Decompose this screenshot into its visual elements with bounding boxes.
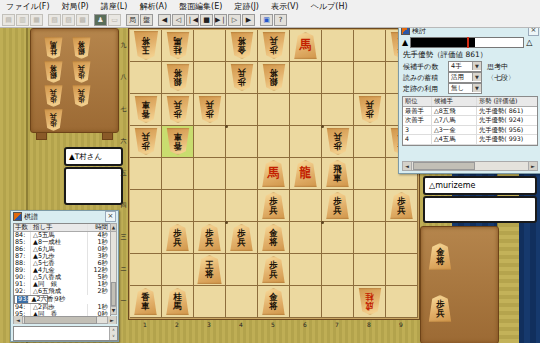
hand-piece[interactable]: 桂馬 (43, 37, 71, 61)
move-row[interactable]: 92:△6五飛成2秒 (14, 288, 110, 295)
rank-label-八: 八 (119, 61, 128, 93)
file-label-8: 8 (353, 321, 385, 328)
paste-button[interactable]: ▩ (76, 14, 89, 26)
square-3六[interactable] (194, 126, 226, 158)
square-7七[interactable] (322, 94, 354, 126)
square-6七[interactable] (290, 94, 322, 126)
square-5九[interactable]: 歩兵 (258, 30, 290, 62)
scroll-thumb[interactable] (24, 316, 97, 324)
back10-button[interactable]: ◁ (172, 14, 185, 26)
gote-mark: △ (526, 38, 532, 47)
square-2一[interactable]: 桂馬 (162, 286, 194, 318)
header-cell: 順位 (403, 97, 432, 106)
hand-piece[interactable]: 銀将 (71, 37, 99, 61)
file-label-9: 9 (385, 321, 417, 328)
option-label: 候補手の数 (403, 62, 445, 72)
square-4九[interactable]: 金将 (226, 30, 258, 62)
square-3九[interactable] (194, 30, 226, 62)
option-dropdown[interactable]: 無し▼ (448, 83, 482, 94)
square-6四[interactable] (290, 190, 322, 222)
hoshi-dot (321, 221, 324, 224)
close-icon[interactable]: × (105, 211, 116, 222)
shogi-board-frame: 玉将桂馬金将歩兵馬香車銀将歩兵銀将香車歩兵歩兵歩兵歩兵香車歩兵歩兵馬龍飛車歩兵歩… (128, 28, 420, 320)
hand-piece[interactable]: 歩兵 (71, 61, 99, 85)
candidate-row[interactable]: 3△3一金先手優勢( 956) (403, 126, 537, 136)
square-4二[interactable] (226, 254, 258, 286)
square-5二[interactable]: 歩兵 (258, 254, 290, 286)
analysis-h-scrollbar[interactable]: ◄ ► (402, 161, 538, 171)
square-8七[interactable]: 歩兵 (354, 94, 386, 126)
shogi-piece-歩兵: 歩兵 (197, 96, 223, 123)
play-button[interactable]: ♟ (94, 14, 107, 26)
cell: 2秒 (88, 288, 110, 295)
option-dropdown[interactable]: 4手▼ (448, 61, 482, 72)
shogi-board: 玉将桂馬金将歩兵馬香車銀将歩兵銀将香車歩兵歩兵歩兵歩兵香車歩兵歩兵馬龍飛車歩兵歩… (130, 30, 418, 318)
rank-label-二: 二 (119, 253, 128, 285)
square-2二[interactable] (162, 254, 194, 286)
comment-box[interactable]: ∧∨ (13, 326, 118, 341)
new-file-button[interactable]: ▤ (2, 14, 15, 26)
sente-piece-stand: 桂馬銀将銀将歩兵歩兵歩兵歩兵 (30, 28, 119, 133)
copy-button[interactable]: ▨ (62, 14, 75, 26)
kifu-panel: 棋譜 × 手数指し手時間84:△5五馬4秒85:▲8一成桂1秒86:△6九馬0秒… (10, 210, 119, 342)
square-1八[interactable] (130, 62, 162, 94)
analysis-panel: 検討 × ▲ △ 先手優勢（評価値 861） 候補手の数4手▼思考中読みの蓄積活… (398, 24, 540, 174)
sente-clock-box (64, 167, 123, 205)
square-4七[interactable] (226, 94, 258, 126)
shogi-piece-歩兵: 歩兵 (197, 224, 223, 251)
move-list: 手数指し手時間84:△5五馬4秒85:▲8一成桂1秒86:△6九馬0秒87:▲5… (13, 223, 111, 317)
chevron-down-icon[interactable]: ▼ (472, 73, 481, 81)
chevron-down-icon[interactable]: ▼ (472, 84, 481, 92)
shogi-piece-馬: 馬 (293, 32, 319, 59)
square-7一[interactable] (322, 286, 354, 318)
hand-piece[interactable]: 銀将 (43, 61, 71, 85)
resign-button[interactable]: ▭ (108, 14, 121, 26)
scroll-right-icon[interactable]: ► (528, 162, 537, 170)
stop-button[interactable]: ■ (200, 14, 213, 26)
square-1一[interactable]: 香車 (130, 286, 162, 318)
candidate-row[interactable]: 次善手△7八馬先手優勢( 924) (403, 116, 537, 126)
cell: △7八馬 (432, 116, 477, 125)
menu-item[interactable]: 定跡(J) (228, 0, 265, 13)
sente-mark: ▲ (402, 38, 408, 47)
move-row[interactable]: 86:△6九馬0秒 (14, 246, 110, 253)
scroll-thumb[interactable] (111, 282, 116, 306)
kifu-title-bar[interactable]: 棋譜 × (11, 211, 118, 222)
move-row[interactable]: 85:▲8一成桂1秒 (14, 239, 110, 246)
hoshi-dot (321, 125, 324, 128)
kifu-icon (13, 212, 22, 221)
help-button[interactable]: ? (274, 14, 287, 26)
kifu-header: 手数指し手時間 (14, 224, 110, 232)
position-button[interactable]: 局 (126, 14, 139, 26)
menu-item[interactable]: 表示(V) (265, 0, 305, 13)
sente-name-box: ▲T村さん (64, 147, 123, 166)
square-4六[interactable] (226, 126, 258, 158)
scroll-thumb[interactable] (413, 162, 475, 170)
move-row[interactable]: 89:▲4九金12秒 (14, 267, 110, 274)
header-cell: 候補手 (432, 97, 477, 106)
rank-label-五: 五 (119, 157, 128, 189)
rank-label-四: 四 (119, 189, 128, 221)
save-file-button[interactable]: ▦ (30, 14, 43, 26)
square-7五[interactable]: 飛車 (322, 158, 354, 190)
rank-label-六: 六 (119, 125, 128, 157)
move-row[interactable]: 93:▲2六香9秒 (14, 295, 48, 304)
shogi-piece-玉将: 玉将 (132, 31, 160, 60)
shogi-piece-桂馬: 桂馬 (43, 37, 64, 59)
square-2八[interactable]: 銀将 (162, 62, 194, 94)
gote-clock-box (423, 196, 537, 223)
menu-item[interactable]: ファイル(F) (0, 0, 56, 13)
square-2四[interactable] (162, 190, 194, 222)
shogi-piece-龍: 龍 (293, 160, 319, 187)
file-label-3: 3 (193, 321, 225, 328)
evaluation-bar-row: ▲ △ (399, 36, 540, 49)
board-edit-button[interactable]: 盤 (140, 14, 153, 26)
hand-piece[interactable]: 歩兵 (71, 85, 99, 109)
square-2三[interactable]: 歩兵 (162, 222, 194, 254)
square-5七[interactable] (258, 94, 290, 126)
candidate-row[interactable]: 4△4五馬先手優勢( 993) (403, 135, 537, 145)
square-5五[interactable]: 馬 (258, 158, 290, 190)
square-5三[interactable]: 金将 (258, 222, 290, 254)
kifu-title: 棋譜 (24, 212, 38, 222)
square-1五[interactable] (130, 158, 162, 190)
rank-label-三: 三 (119, 221, 128, 253)
gote-hand-pieces: 金将歩兵 (427, 243, 457, 343)
shogi-piece-銀将: 銀将 (261, 64, 287, 91)
square-7四[interactable]: 歩兵 (322, 190, 354, 222)
shogi-piece-歩兵: 歩兵 (165, 224, 191, 251)
square-2九[interactable]: 桂馬 (162, 30, 194, 62)
square-9二[interactable] (386, 254, 418, 286)
move-row[interactable]: 87:▲5九歩3秒 (14, 253, 110, 260)
scroll-left-icon[interactable]: ◄ (403, 162, 412, 170)
square-6九[interactable]: 馬 (290, 30, 322, 62)
shogi-piece-歩兵: 歩兵 (325, 192, 351, 219)
shogi-piece-歩兵: 歩兵 (133, 128, 159, 155)
file-label-7: 7 (321, 321, 353, 328)
square-8二[interactable] (354, 254, 386, 286)
square-9一[interactable] (386, 286, 418, 318)
option-label: 定跡の利用 (403, 84, 445, 94)
square-8四[interactable] (354, 190, 386, 222)
square-1三[interactable] (130, 222, 162, 254)
square-3一[interactable] (194, 286, 226, 318)
shogi-piece-金将: 金将 (261, 224, 287, 251)
shogi-piece-歩兵: 歩兵 (71, 85, 92, 107)
cell: 先手優勢( 861) (477, 107, 537, 116)
square-4四[interactable] (226, 190, 258, 222)
forward-button[interactable]: ▶❘ (214, 14, 227, 26)
comment-scroll-icons[interactable]: ∧∨ (109, 327, 117, 340)
candidate-header: 順位候補手形勢 (評価値) (403, 97, 537, 107)
shogi-piece-歩兵: 歩兵 (357, 96, 383, 123)
square-2六[interactable]: 香車 (162, 126, 194, 158)
hand-piece[interactable]: 歩兵 (43, 109, 71, 133)
hoshi-dot (225, 221, 228, 224)
kifu-v-scrollbar[interactable]: ▲ ▼ (110, 223, 117, 315)
shogi-piece-歩兵: 歩兵 (43, 109, 64, 131)
file-label-5: 5 (257, 321, 289, 328)
square-1二[interactable] (130, 254, 162, 286)
analysis-option-row: 候補手の数4手▼思考中 (399, 61, 540, 72)
monitor-button[interactable]: ▣ (260, 14, 273, 26)
square-6二[interactable] (290, 254, 322, 286)
file-label-4: 4 (225, 321, 257, 328)
square-4一[interactable] (226, 286, 258, 318)
hoshi-dot (225, 125, 228, 128)
square-4三[interactable]: 歩兵 (226, 222, 258, 254)
square-1六[interactable]: 歩兵 (130, 126, 162, 158)
square-9三[interactable] (386, 222, 418, 254)
menu-item[interactable]: 対局(P) (56, 0, 95, 13)
square-5四[interactable]: 歩兵 (258, 190, 290, 222)
square-6八[interactable] (290, 62, 322, 94)
square-6五[interactable]: 龍 (290, 158, 322, 190)
kifu-h-scrollbar[interactable]: ◄ ► (13, 316, 117, 324)
shogi-piece-歩兵: 歩兵 (229, 64, 255, 91)
candidate-row[interactable]: 最善手△8五飛先手優勢( 861) (403, 107, 537, 117)
square-3七[interactable]: 歩兵 (194, 94, 226, 126)
rank-label-九: 九 (119, 29, 128, 61)
cell: 93: (17, 296, 29, 303)
square-7九[interactable] (322, 30, 354, 62)
rank-label-一: 一 (119, 285, 128, 317)
hand-piece[interactable]: 歩兵 (43, 85, 71, 109)
cell: 先手優勢( 956) (477, 126, 537, 135)
move-row[interactable]: 91:▲同 銀1秒 (14, 281, 110, 288)
toolbar: ▤▥▦▧▨▩♟▭局盤◀◁❘◀■▶❘▷▶▣? (0, 13, 540, 28)
open-file-button[interactable]: ▥ (16, 14, 29, 26)
shogi-piece-王将: 王将 (196, 255, 224, 284)
analysis-option-row: 定跡の利用無し▼ (399, 83, 540, 94)
shogi-piece-歩兵: 歩兵 (389, 192, 415, 219)
evaluation-fill (411, 38, 475, 47)
square-4八[interactable]: 歩兵 (226, 62, 258, 94)
shogi-piece-歩兵: 歩兵 (165, 96, 191, 123)
shogi-piece-歩兵: 歩兵 (261, 256, 287, 283)
square-8五[interactable] (354, 158, 386, 190)
cell: △4五馬 (432, 135, 477, 144)
move-row[interactable]: 90:△5八香成5秒 (14, 274, 110, 281)
square-3四[interactable] (194, 190, 226, 222)
square-7三[interactable] (322, 222, 354, 254)
file-label-6: 6 (289, 321, 321, 328)
scroll-up-icon[interactable]: ▲ (111, 224, 116, 232)
option-status: 〈七段〉 (487, 73, 515, 83)
shogi-piece-金将: 金将 (261, 288, 287, 315)
shogi-piece-香車: 香車 (165, 128, 191, 155)
square-1九[interactable]: 玉将 (130, 30, 162, 62)
menu-item[interactable]: 講座(L) (95, 0, 134, 13)
menu-item[interactable]: 盤面編集(E) (173, 0, 228, 13)
shogi-piece-金将: 金将 (427, 243, 453, 270)
shogi-piece-銀将: 銀将 (43, 61, 64, 83)
header-cell: 形勢 (評価値) (477, 97, 537, 106)
square-3五[interactable] (194, 158, 226, 190)
cell: 先手優勢( 993) (477, 135, 537, 144)
print-button[interactable]: ▧ (48, 14, 61, 26)
square-3八[interactable] (194, 62, 226, 94)
move-row[interactable]: 84:△5五馬4秒 (14, 232, 110, 239)
analysis-option-row: 読みの蓄積活用▼〈七段〉 (399, 72, 540, 83)
menu-item[interactable]: ヘルプ(H) (305, 0, 354, 13)
menu-bar: ファイル(F)対局(P)講座(L)解析(A)盤面編集(E)定跡(J)表示(V)ヘ… (0, 0, 540, 14)
chevron-down-icon[interactable]: ▼ (472, 62, 481, 70)
gote-piece-stand: 金将歩兵 (420, 226, 499, 343)
file-label-1: 1 (129, 321, 161, 328)
square-6六[interactable] (290, 126, 322, 158)
square-4五[interactable] (226, 158, 258, 190)
cell: 4 (403, 135, 432, 144)
cell: △3一金 (432, 126, 477, 135)
shogi-piece-桂馬: 桂馬 (165, 32, 191, 59)
gote-name-box: △murizeme (423, 176, 537, 195)
hand-piece[interactable]: 金将 (427, 243, 457, 295)
last-move-button[interactable]: ▶ (242, 14, 255, 26)
shogi-piece-歩兵: 歩兵 (427, 295, 453, 322)
header-cell: 指し手 (31, 224, 88, 231)
forward10-button[interactable]: ▷ (228, 14, 241, 26)
square-8三[interactable] (354, 222, 386, 254)
analysis-options: 候補手の数4手▼思考中読みの蓄積活用▼〈七段〉定跡の利用無し▼ (399, 61, 540, 94)
cell: 最善手 (403, 107, 432, 116)
square-2五[interactable] (162, 158, 194, 190)
menu-item[interactable]: 解析(A) (133, 0, 173, 13)
header-cell: 手数 (14, 224, 31, 231)
evaluation-bar (410, 37, 524, 48)
cell: 先手優勢( 924) (477, 116, 537, 125)
cell: 92: (14, 288, 31, 295)
shogi-piece-桂馬: 桂馬 (165, 288, 191, 315)
shogi-piece-歩兵: 歩兵 (261, 32, 287, 59)
scroll-left-icon[interactable]: ◄ (14, 316, 23, 324)
option-status: 思考中 (487, 62, 508, 72)
evaluation-center-line (467, 37, 469, 48)
cell: 9秒 (55, 296, 68, 303)
hand-piece[interactable]: 歩兵 (427, 295, 457, 343)
shogi-piece-歩兵: 歩兵 (325, 128, 351, 155)
header-cell: 時間 (88, 224, 110, 231)
sente-hand-pieces: 桂馬銀将銀将歩兵歩兵歩兵歩兵 (43, 37, 99, 133)
cell: △8五飛 (432, 107, 477, 116)
square-6三[interactable] (290, 222, 322, 254)
cell: 次善手 (403, 116, 432, 125)
shogi-piece-金将: 金将 (229, 32, 255, 59)
square-6一[interactable] (290, 286, 322, 318)
square-7八[interactable] (322, 62, 354, 94)
shogi-piece-歩兵: 歩兵 (43, 85, 64, 107)
candidate-table: 順位候補手形勢 (評価値)最善手△8五飛先手優勢( 861)次善手△7八馬先手優… (402, 96, 538, 146)
cell: △6五飛成 (31, 288, 88, 295)
square-3二[interactable]: 王将 (194, 254, 226, 286)
shogi-piece-銀将: 銀将 (71, 37, 92, 59)
shogi-piece-香車: 香車 (133, 96, 159, 123)
option-dropdown[interactable]: 活用▼ (448, 72, 482, 83)
square-5八[interactable]: 銀将 (258, 62, 290, 94)
shogi-piece-成桂: 成桂 (357, 288, 383, 315)
shogi-piece-香車: 香車 (133, 288, 159, 315)
shogi-piece-馬: 馬 (261, 160, 287, 187)
square-8六[interactable] (354, 126, 386, 158)
shogi-piece-飛車: 飛車 (325, 160, 351, 187)
shogi-piece-歩兵: 歩兵 (261, 192, 287, 219)
back-button[interactable]: ❘◀ (186, 14, 199, 26)
shogi-piece-銀将: 銀将 (165, 64, 191, 91)
file-label-2: 2 (161, 321, 193, 328)
square-8一[interactable]: 成桂 (354, 286, 386, 318)
square-7六[interactable]: 歩兵 (322, 126, 354, 158)
scroll-down-icon[interactable]: ▼ (111, 306, 116, 314)
cell: ▲2六香 (29, 296, 54, 303)
option-label: 読みの蓄積 (403, 73, 445, 83)
square-5六[interactable] (258, 126, 290, 158)
rank-label-七: 七 (119, 93, 128, 125)
square-2七[interactable]: 歩兵 (162, 94, 194, 126)
square-9四[interactable]: 歩兵 (386, 190, 418, 222)
cell: 3 (403, 126, 432, 135)
square-8八[interactable] (354, 62, 386, 94)
shogi-piece-歩兵: 歩兵 (229, 224, 255, 251)
square-8九[interactable] (354, 30, 386, 62)
square-1四[interactable] (130, 190, 162, 222)
square-5一[interactable]: 金将 (258, 286, 290, 318)
shogi-piece-歩兵: 歩兵 (71, 61, 92, 83)
evaluation-text: 先手優勢（評価値 861） (399, 49, 540, 61)
square-7二[interactable] (322, 254, 354, 286)
move-row[interactable]: 94:△2四歩1秒 (14, 304, 110, 311)
square-3三[interactable]: 歩兵 (194, 222, 226, 254)
first-move-button[interactable]: ◀ (158, 14, 171, 26)
scroll-right-icon[interactable]: ► (107, 316, 116, 324)
square-1七[interactable]: 香車 (130, 94, 162, 126)
